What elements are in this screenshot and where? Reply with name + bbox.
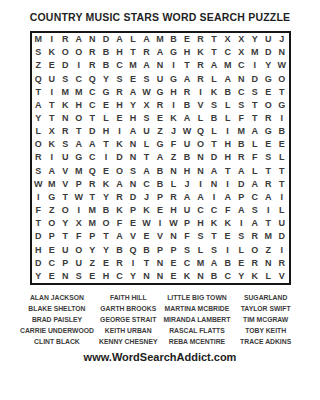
grid-cell-r19c8: Y [126,270,140,283]
grid-cell-r15c3: Y [59,217,73,230]
grid-cell-r4c1: Q [32,72,46,85]
grid-cell-r7c10: E [153,112,167,125]
grid-cell-r18c14: A [207,257,221,270]
grid-cell-r6c19: G [275,99,289,112]
grid-cell-r3c8: M [126,59,140,72]
word-list-item: GARTH BROOKS [94,303,163,314]
grid-cell-r16c8: V [126,230,140,243]
grid-cell-r9c7: K [113,138,127,151]
grid-cell-r8c9: U [140,125,154,138]
grid-cell-r3c4: I [72,59,86,72]
grid-cell-r19c7: C [113,270,127,283]
grid-cell-r10c9: T [140,151,154,164]
grid-cell-r19c17: K [248,270,262,283]
grid-cell-r19c15: C [221,270,235,283]
grid-cell-r17c19: I [275,244,289,257]
grid-cell-r5c15: B [221,86,235,99]
grid-cell-r2c7: H [113,46,127,59]
grid-cell-r10c7: D [113,151,127,164]
grid-cell-r18c11: E [167,257,181,270]
grid-cell-r4c15: A [221,72,235,85]
grid-cell-r4c17: D [248,72,262,85]
word-list-item: TOBY KEITH [231,325,300,336]
grid-cell-r5c11: H [167,86,181,99]
grid-cell-r3c15: M [221,59,235,72]
grid-cell-r3c13: R [194,59,208,72]
grid-cell-r15c18: T [261,217,275,230]
grid-cell-r18c16: E [234,257,248,270]
grid-cell-r17c8: Q [126,244,140,257]
grid-cell-r19c6: H [99,270,113,283]
grid-cell-r12c13: I [194,178,208,191]
grid-cell-r8c19: B [275,125,289,138]
grid-cell-r2c5: R [86,46,100,59]
grid-cell-r4c19: O [275,72,289,85]
grid-cell-r18c7: R [113,257,127,270]
grid-cell-r2c14: T [207,46,221,59]
grid-cell-r9c9: L [140,138,154,151]
grid-cell-r14c18: I [261,204,275,217]
grid-cell-r3c1: Z [32,59,46,72]
word-list-column-4: SUGARLANDTAYLOR SWIFTTIM MCGRAWTOBY KEIT… [231,292,300,347]
grid-cell-r5c19: T [275,86,289,99]
grid-cell-r3c10: N [153,59,167,72]
grid-cell-r18c6: E [99,257,113,270]
grid-cell-r7c9: S [140,112,154,125]
grid-cell-r5c18: E [261,86,275,99]
grid-cell-r14c19: L [275,204,289,217]
grid-cell-r4c9: S [140,72,154,85]
word-list-item: REBA MCENTIRE [163,336,232,347]
grid-cell-r6c12: B [180,99,194,112]
grid-cell-r4c11: G [167,72,181,85]
grid-cell-r5c9: W [140,86,154,99]
grid-cell-r9c15: H [221,138,235,151]
grid-cell-r19c1: Y [32,270,46,283]
grid-cell-r16c16: S [234,230,248,243]
grid-cell-r1c6: D [99,33,113,46]
grid-cell-r13c17: C [248,191,262,204]
grid-cell-r12c12: J [180,178,194,191]
grid-cell-r16c5: P [86,230,100,243]
grid-cell-r4c6: Y [99,72,113,85]
grid-cell-r4c10: U [153,72,167,85]
grid-cell-r13c6: Y [99,191,113,204]
grid-cell-r8c8: A [126,125,140,138]
grid-cell-r17c17: O [248,244,262,257]
grid-cell-r12c3: V [59,178,73,191]
grid-cell-r7c16: F [234,112,248,125]
grid-cell-r18c8: I [126,257,140,270]
grid-cell-r13c18: A [261,191,275,204]
grid-cell-r2c16: X [234,46,248,59]
word-list-item: TAYLOR SWIFT [231,303,300,314]
grid-cell-r2c10: A [153,46,167,59]
grid-cell-r1c3: R [59,33,73,46]
grid-cell-r18c12: C [180,257,194,270]
grid-cell-r10c2: I [45,151,59,164]
grid-cell-r17c12: S [180,244,194,257]
page-title: COUNTRY MUSIC STARS WORD SEARCH PUZZLE [0,0,320,23]
grid-cell-r2c2: K [45,46,59,59]
grid-cell-r11c5: Q [86,165,100,178]
grid-cell-r3c17: I [248,59,262,72]
grid-cell-r16c6: T [99,230,113,243]
grid-cell-r13c9: J [140,191,154,204]
grid-cell-r8c12: W [180,125,194,138]
grid-cell-r7c8: H [126,112,140,125]
grid-cell-r13c19: I [275,191,289,204]
grid-cell-r19c4: S [72,270,86,283]
grid-cell-r14c3: O [59,204,73,217]
grid-cell-r13c7: R [113,191,127,204]
grid-cell-r15c4: X [72,217,86,230]
grid-cell-r3c9: A [140,59,154,72]
grid-cell-r17c1: H [32,244,46,257]
grid-cell-r9c1: O [32,138,46,151]
grid-cell-r9c5: A [86,138,100,151]
grid-cell-r5c14: K [207,86,221,99]
grid-cell-r9c14: T [207,138,221,151]
grid-cell-r6c4: H [72,99,86,112]
word-list-item: TRACE ADKINS [231,336,300,347]
grid-cell-r17c7: B [113,244,127,257]
word-list-column-2: FAITH HILLGARTH BROOKSGEORGE STRAITKEITH… [94,292,163,347]
grid-cell-r8c5: D [86,125,100,138]
word-list-item: BRAD PAISLEY [20,314,94,325]
grid-cell-r14c15: F [221,204,235,217]
grid-cell-r18c9: T [140,257,154,270]
grid-cell-r14c17: S [248,204,262,217]
grid-cell-r4c13: R [194,72,208,85]
grid-cell-r9c6: T [99,138,113,151]
grid-cell-r10c11: Z [167,151,181,164]
grid-cell-r3c12: T [180,59,194,72]
grid-cell-r11c2: A [45,165,59,178]
grid-cell-r6c17: T [248,99,262,112]
grid-cell-r19c19: V [275,270,289,283]
grid-cell-r17c9: B [140,244,154,257]
grid-cell-r4c18: G [261,72,275,85]
grid-cell-r11c12: H [180,165,194,178]
grid-cell-r18c18: N [261,257,275,270]
grid-cell-r15c17: A [248,217,262,230]
grid-cell-r12c19: T [275,178,289,191]
grid-cell-r18c10: N [153,257,167,270]
grid-cell-r14c2: Z [45,204,59,217]
grid-cell-r9c10: G [153,138,167,151]
grid-cell-r19c16: Y [234,270,248,283]
grid-cell-r10c15: H [221,151,235,164]
grid-cell-r1c11: B [167,33,181,46]
grid-cell-r12c15: I [221,178,235,191]
grid-cell-r14c16: A [234,204,248,217]
grid-cell-r8c14: L [207,125,221,138]
grid-cell-r16c2: P [45,230,59,243]
grid-cell-r3c19: W [275,59,289,72]
grid-cell-r13c3: T [59,191,73,204]
grid-cell-r1c10: M [153,33,167,46]
grid-cell-r16c10: V [153,230,167,243]
grid-cell-r3c6: B [99,59,113,72]
grid-cell-r2c12: H [180,46,194,59]
grid-cell-r4c12: A [180,72,194,85]
grid-cell-r15c13: H [194,217,208,230]
word-list-column-3: LITTLE BIG TOWNMARTINA MCBRIDEMIRANDA LA… [163,292,232,347]
grid-cell-r11c13: N [194,165,208,178]
grid-cell-r9c17: L [248,138,262,151]
grid-cell-r1c13: R [194,33,208,46]
grid-cell-r11c16: A [234,165,248,178]
grid-cell-r3c3: D [59,59,73,72]
grid-cell-r9c4: A [72,138,86,151]
grid-cell-r2c11: G [167,46,181,59]
word-list-item: MIRANDA LAMBERT [163,314,232,325]
grid-cell-r9c2: K [45,138,59,151]
grid-cell-r15c11: W [167,217,181,230]
grid-cell-r19c9: N [140,270,154,283]
grid-cell-r11c4: M [72,165,86,178]
grid-cell-r9c19: E [275,138,289,151]
grid-cell-r5c2: I [45,86,59,99]
grid-cell-r10c19: L [275,151,289,164]
grid-cell-r5c1: T [32,86,46,99]
grid-cell-r8c3: R [59,125,73,138]
grid-cell-r1c17: Y [248,33,262,46]
grid-cell-r10c5: C [86,151,100,164]
grid-cell-r12c5: R [86,178,100,191]
grid-cell-r19c3: N [59,270,73,283]
grid-cell-r16c18: M [261,230,275,243]
word-list-item: LITTLE BIG TOWN [163,292,232,303]
grid-cell-r15c2: O [45,217,59,230]
grid-cell-r1c5: N [86,33,100,46]
grid-cell-r17c3: U [59,244,73,257]
grid-cell-r2c4: O [72,46,86,59]
grid-cell-r15c5: M [86,217,100,230]
grid-cell-r17c16: L [234,244,248,257]
grid-cell-r5c6: G [99,86,113,99]
grid-cell-r16c4: F [72,230,86,243]
grid-cell-r7c5: T [86,112,100,125]
grid-cell-r8c13: Q [194,125,208,138]
grid-cell-r2c17: M [248,46,262,59]
grid-cell-r13c8: D [126,191,140,204]
grid-cell-r2c1: S [32,46,46,59]
grid-cell-r4c14: L [207,72,221,85]
word-list-item: KEITH URBAN [94,325,163,336]
grid-cell-r14c4: I [72,204,86,217]
grid-cell-r15c19: U [275,217,289,230]
grid-cell-r19c13: N [194,270,208,283]
grid-cell-r14c13: C [194,204,208,217]
grid-cell-r15c16: I [234,217,248,230]
grid-cell-r10c4: G [72,151,86,164]
grid-cell-r5c4: M [72,86,86,99]
grid-cell-r5c3: M [59,86,73,99]
grid-cell-r1c14: T [207,33,221,46]
grid-cell-r7c7: E [113,112,127,125]
grid-cell-r12c7: A [113,178,127,191]
grid-cell-r12c1: W [32,178,46,191]
grid-cell-r17c2: E [45,244,59,257]
grid-cell-r3c7: C [113,59,127,72]
grid-cell-r12c18: R [261,178,275,191]
footer-url: www.WordSearchAddict.com [0,351,320,363]
grid-cell-r5c5: C [86,86,100,99]
grid-cell-r16c13: S [194,230,208,243]
grid-cell-r19c18: L [261,270,275,283]
grid-cell-r12c6: K [99,178,113,191]
grid-cell-r18c1: D [32,257,46,270]
grid-cell-r17c14: S [207,244,221,257]
grid-cell-r19c14: B [207,270,221,283]
grid-cell-r7c12: A [180,112,194,125]
grid-cell-r19c2: E [45,270,59,283]
grid-cell-r6c15: L [221,99,235,112]
grid-cell-r4c3: S [59,72,73,85]
grid-cell-r3c18: Y [261,59,275,72]
grid-cell-r2c19: N [275,46,289,59]
grid-cell-r12c11: L [167,178,181,191]
grid-cell-r9c8: N [126,138,140,151]
grid-cell-r1c18: U [261,33,275,46]
grid-cell-r17c13: L [194,244,208,257]
grid-cell-r7c3: N [59,112,73,125]
grid-cell-r13c11: R [167,191,181,204]
grid-cell-r16c7: A [113,230,127,243]
grid-cell-r19c10: N [153,270,167,283]
grid-cell-r17c4: O [72,244,86,257]
grid-cell-r15c9: W [140,217,154,230]
grid-cell-r16c15: E [221,230,235,243]
grid-cell-r2c3: O [59,46,73,59]
grid-cell-r10c12: B [180,151,194,164]
grid-cell-r13c2: G [45,191,59,204]
grid-cell-r11c1: S [32,165,46,178]
grid-cell-r10c3: U [59,151,73,164]
grid-cell-r13c16: P [234,191,248,204]
grid-cell-r14c14: C [207,204,221,217]
grid-cell-r13c13: A [194,191,208,204]
grid-cell-r12c2: M [45,178,59,191]
grid-cell-r15c12: P [180,217,194,230]
grid-cell-r17c15: I [221,244,235,257]
grid-cell-r16c3: T [59,230,73,243]
grid-cell-r15c8: E [126,217,140,230]
grid-cell-r9c11: F [167,138,181,151]
grid-cell-r3c5: R [86,59,100,72]
grid-cell-r7c11: K [167,112,181,125]
grid-cell-r4c4: C [72,72,86,85]
word-list-item: SUGARLAND [231,292,300,303]
grid-cell-r4c16: N [234,72,248,85]
grid-cell-r13c4: W [72,191,86,204]
grid-cell-r11c9: A [140,165,154,178]
grid-cell-r3c11: I [167,59,181,72]
grid-cell-r11c18: T [261,165,275,178]
grid-cell-r2c18: D [261,46,275,59]
grid-cell-r6c8: Y [126,99,140,112]
grid-cell-r13c14: I [207,191,221,204]
grid-cell-r1c7: A [113,33,127,46]
grid-cell-r1c15: X [221,33,235,46]
grid-cell-r5c16: C [234,86,248,99]
grid-cell-r1c1: M [32,33,46,46]
grid-cell-r1c12: E [180,33,194,46]
grid-cell-r8c16: M [234,125,248,138]
grid-cell-r19c12: K [180,270,194,283]
puzzle-page: COUNTRY MUSIC STARS WORD SEARCH PUZZLE M… [0,0,320,400]
grid-cell-r16c14: T [207,230,221,243]
grid-cell-r7c2: T [45,112,59,125]
grid-cell-r11c7: O [113,165,127,178]
grid-cell-r18c5: Z [86,257,100,270]
grid-cell-r6c10: R [153,99,167,112]
grid-cell-r17c6: Y [99,244,113,257]
grid-cell-r12c8: N [126,178,140,191]
grid-cell-r1c19: J [275,33,289,46]
grid-cell-r14c11: H [167,204,181,217]
grid-cell-r5c10: G [153,86,167,99]
grid-cell-r17c18: Z [261,244,275,257]
grid-cell-r16c11: N [167,230,181,243]
grid-cell-r19c11: E [167,270,181,283]
grid-cell-r15c1: T [32,217,46,230]
grid-cell-r6c2: T [45,99,59,112]
grid-cell-r18c2: C [45,257,59,270]
grid-cell-r6c14: S [207,99,221,112]
grid-cell-r6c5: C [86,99,100,112]
grid-cell-r7c6: L [99,112,113,125]
grid-cell-r15c7: F [113,217,127,230]
grid-cell-r14c10: E [153,204,167,217]
grid-cell-r1c8: L [126,33,140,46]
grid-cell-r15c14: K [207,217,221,230]
word-list-item: CARRIE UNDERWOOD [20,325,94,336]
grid-cell-r11c8: S [126,165,140,178]
grid-cell-r10c6: I [99,151,113,164]
grid-cell-r10c14: D [207,151,221,164]
grid-cell-r13c15: A [221,191,235,204]
grid-cell-r13c5: T [86,191,100,204]
grid-cell-r12c16: D [234,178,248,191]
word-list-item: FAITH HILL [94,292,163,303]
grid-cell-r6c1: A [32,99,46,112]
grid-cell-r10c16: R [234,151,248,164]
grid-cell-r6c18: O [261,99,275,112]
grid-cell-r5c17: S [248,86,262,99]
grid-cell-r6c13: V [194,99,208,112]
grid-cell-r5c7: R [113,86,127,99]
grid-cell-r14c7: K [113,204,127,217]
grid-cell-r10c18: S [261,151,275,164]
grid-cell-r10c17: F [248,151,262,164]
grid-cell-r8c6: H [99,125,113,138]
grid-cell-r16c19: D [275,230,289,243]
grid-cell-r2c6: B [99,46,113,59]
grid-cell-r6c9: X [140,99,154,112]
grid-cell-r7c4: O [72,112,86,125]
grid-cell-r17c5: Y [86,244,100,257]
word-list-item: ALAN JACKSON [20,292,94,303]
grid-cell-r6c11: I [167,99,181,112]
grid-cell-r4c2: U [45,72,59,85]
word-list-column-1: ALAN JACKSONBLAKE SHELTONBRAD PAISLEYCAR… [20,292,94,347]
grid-cell-r6c16: S [234,99,248,112]
grid-cell-r12c14: N [207,178,221,191]
word-list-item: BLAKE SHELTON [20,303,94,314]
